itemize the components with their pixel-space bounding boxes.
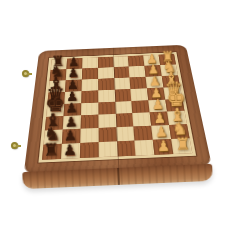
square-r1c6[interactable] bbox=[128, 55, 144, 66]
chess-board: ♜♟♟♜♞♟♟♞♝♟♟♝♛♟♟♛♚♟♟♚♝♟♟♝♞♟♟♞♜♟♟♜ bbox=[23, 45, 211, 175]
square-r8c3[interactable] bbox=[79, 142, 98, 158]
black-rook-piece[interactable]: ♜ bbox=[41, 141, 60, 158]
square-r7c6[interactable] bbox=[133, 126, 152, 141]
hook-stem bbox=[27, 73, 32, 76]
square-r7c5[interactable] bbox=[115, 127, 134, 142]
square-r8c1[interactable]: ♜ bbox=[42, 144, 62, 160]
square-r2c6[interactable] bbox=[128, 66, 145, 78]
board-grid: ♜♟♟♜♞♟♟♞♝♟♟♝♛♟♟♛♚♟♟♚♝♟♟♝♞♟♟♞♜♟♟♜ bbox=[42, 54, 192, 160]
hook-stem bbox=[16, 145, 21, 148]
brass-clasp-hook-top bbox=[22, 70, 29, 77]
square-r3c3[interactable] bbox=[81, 79, 97, 91]
brass-clasp-hook-bottom bbox=[11, 142, 18, 149]
square-r1c3[interactable] bbox=[81, 57, 97, 68]
square-r3c6[interactable] bbox=[129, 77, 146, 89]
square-r4c5[interactable] bbox=[114, 89, 131, 102]
square-r1c4[interactable] bbox=[97, 57, 113, 68]
square-r6c6[interactable] bbox=[132, 113, 151, 127]
square-r2c5[interactable] bbox=[113, 66, 130, 78]
square-r4c4[interactable] bbox=[97, 89, 114, 102]
square-r3c4[interactable] bbox=[97, 78, 114, 90]
square-r6c3[interactable] bbox=[80, 115, 98, 129]
square-r8c2[interactable]: ♟ bbox=[60, 143, 79, 159]
white-pawn-piece[interactable]: ♟ bbox=[154, 139, 173, 154]
square-r8c6[interactable] bbox=[134, 140, 154, 156]
square-r8c8[interactable]: ♜ bbox=[171, 138, 192, 154]
square-r5c5[interactable] bbox=[114, 101, 132, 114]
square-r8c7[interactable]: ♟ bbox=[153, 139, 173, 155]
square-r2c3[interactable] bbox=[81, 68, 97, 80]
square-r5c6[interactable] bbox=[131, 100, 149, 113]
square-r5c3[interactable] bbox=[80, 102, 97, 115]
square-r6c4[interactable] bbox=[98, 114, 116, 128]
white-rook-piece[interactable]: ♜ bbox=[172, 136, 191, 153]
square-r5c4[interactable] bbox=[97, 102, 114, 115]
square-r8c4[interactable] bbox=[98, 142, 117, 158]
square-r7c3[interactable] bbox=[80, 128, 98, 143]
square-r8c5[interactable] bbox=[116, 141, 135, 157]
chess-set-photo: ♜♟♟♜♞♟♟♞♝♟♟♝♛♟♟♛♚♟♟♚♝♟♟♝♞♟♟♞♜♟♟♜ bbox=[0, 0, 230, 230]
square-r2c4[interactable] bbox=[97, 67, 113, 79]
black-pawn-piece[interactable]: ♟ bbox=[60, 143, 79, 158]
chess-board-assembly: ♜♟♟♜♞♟♟♞♝♟♟♝♛♟♟♛♚♟♟♚♝♟♟♝♞♟♟♞♜♟♟♜ bbox=[5, 33, 226, 202]
square-r4c3[interactable] bbox=[81, 90, 98, 103]
black-pawn-piece[interactable]: ♟ bbox=[61, 128, 80, 143]
square-r7c4[interactable] bbox=[98, 128, 116, 143]
square-r4c6[interactable] bbox=[130, 88, 148, 101]
square-r6c5[interactable] bbox=[115, 113, 133, 127]
square-r3c5[interactable] bbox=[113, 77, 130, 89]
board-inlay-border: ♜♟♟♜♞♟♟♞♝♟♟♝♛♟♟♛♚♟♟♚♝♟♟♝♞♟♟♞♜♟♟♜ bbox=[38, 52, 196, 162]
square-r1c5[interactable] bbox=[112, 56, 128, 67]
